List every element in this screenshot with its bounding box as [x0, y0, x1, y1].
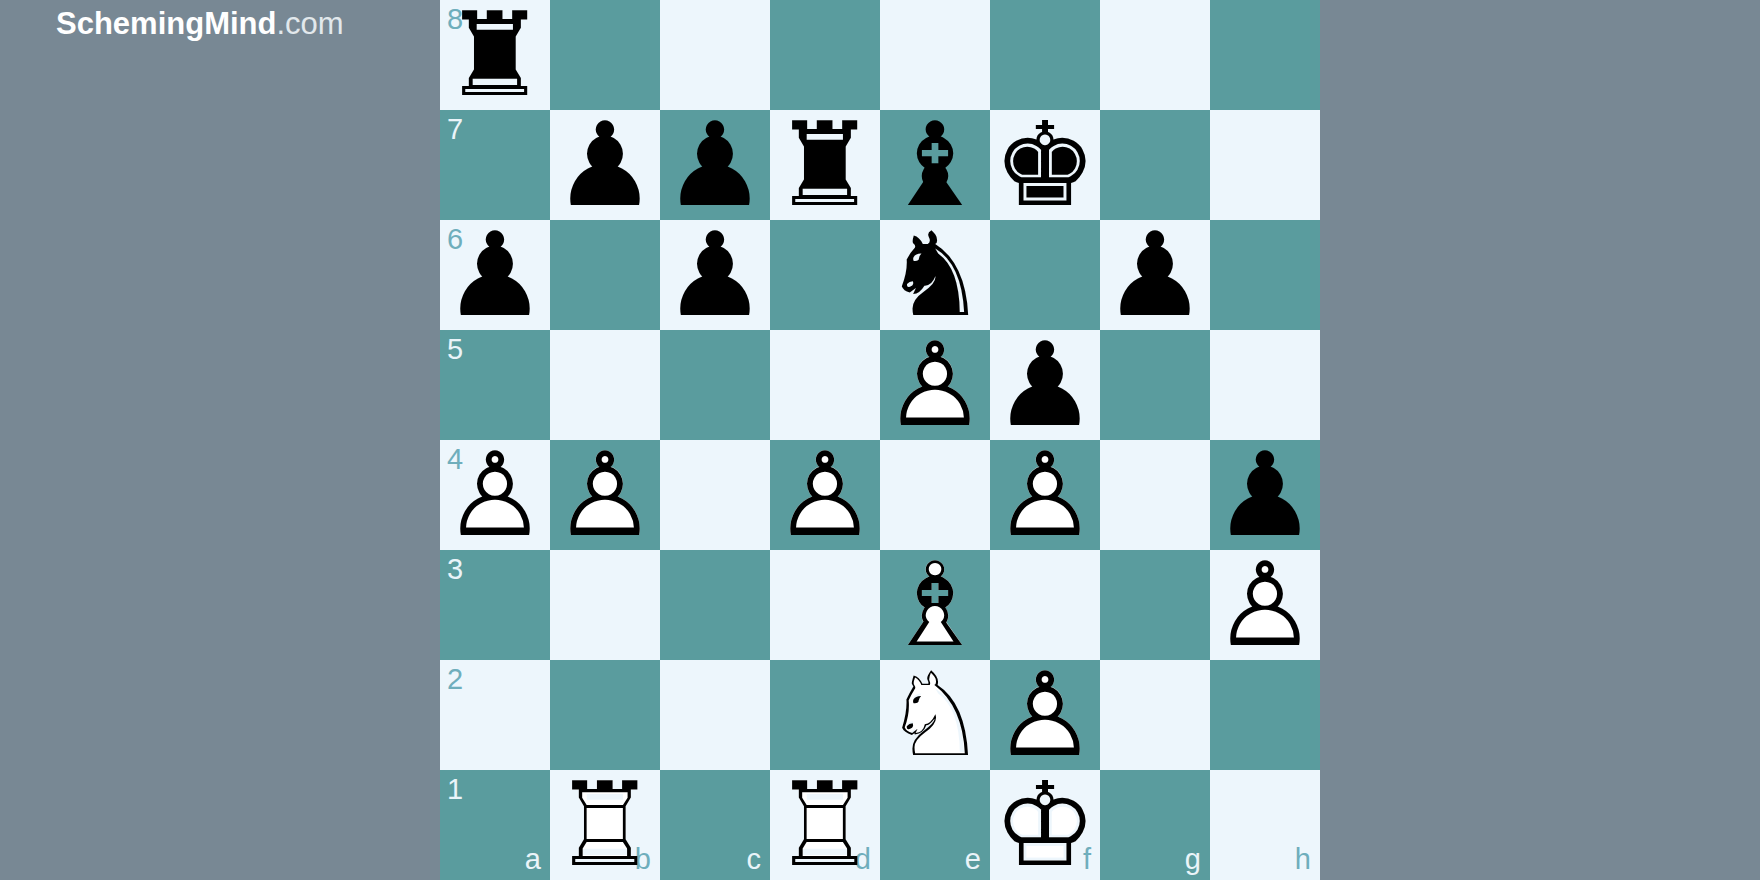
square-b3[interactable] — [550, 550, 660, 660]
square-b4[interactable]: ♟♙ — [550, 440, 660, 550]
rank-label-5: 5 — [447, 335, 463, 364]
piece-white-pawn[interactable]: ♟♙ — [770, 440, 880, 550]
black-piece-glyph: ♟ — [1100, 220, 1210, 330]
square-f1[interactable]: f♚♔ — [990, 770, 1100, 880]
square-e6[interactable]: ♞ — [880, 220, 990, 330]
square-d8[interactable] — [770, 0, 880, 110]
square-a1[interactable]: 1a — [440, 770, 550, 880]
square-a6[interactable]: 6♟ — [440, 220, 550, 330]
square-g4[interactable] — [1100, 440, 1210, 550]
rank-label-2: 2 — [447, 665, 463, 694]
square-g3[interactable] — [1100, 550, 1210, 660]
piece-white-pawn[interactable]: ♟♙ — [440, 440, 550, 550]
site-logo-domain-suffix: .com — [276, 6, 343, 41]
square-e4[interactable] — [880, 440, 990, 550]
site-logo-brand: SchemingMind — [56, 6, 276, 41]
square-b6[interactable] — [550, 220, 660, 330]
square-f7[interactable]: ♚ — [990, 110, 1100, 220]
square-h7[interactable] — [1210, 110, 1320, 220]
square-f6[interactable] — [990, 220, 1100, 330]
square-c6[interactable]: ♟ — [660, 220, 770, 330]
square-h2[interactable] — [1210, 660, 1320, 770]
square-c2[interactable] — [660, 660, 770, 770]
square-h3[interactable]: ♟♙ — [1210, 550, 1320, 660]
square-a3[interactable]: 3 — [440, 550, 550, 660]
white-piece-outline-glyph: ♙ — [1210, 550, 1320, 660]
square-d7[interactable]: ♜ — [770, 110, 880, 220]
square-b1[interactable]: b♜♖ — [550, 770, 660, 880]
square-b7[interactable]: ♟ — [550, 110, 660, 220]
rank-label-3: 3 — [447, 555, 463, 584]
rank-label-1: 1 — [447, 775, 463, 804]
black-piece-glyph: ♜ — [440, 0, 550, 110]
square-d3[interactable] — [770, 550, 880, 660]
square-h1[interactable]: h — [1210, 770, 1320, 880]
square-d4[interactable]: ♟♙ — [770, 440, 880, 550]
square-h4[interactable]: ♟ — [1210, 440, 1320, 550]
chess-board: 8♜7♟♟♜♝♚6♟♟♞♟5♟♙♟4♟♙♟♙♟♙♟♙♟3♝♗♟♙2♞♘♟♙1ab… — [440, 0, 1320, 880]
square-d6[interactable] — [770, 220, 880, 330]
white-piece-outline-glyph: ♙ — [770, 440, 880, 550]
piece-black-pawn[interactable]: ♟ — [440, 220, 550, 330]
white-piece-outline-glyph: ♙ — [990, 440, 1100, 550]
piece-black-pawn[interactable]: ♟ — [660, 110, 770, 220]
square-f2[interactable]: ♟♙ — [990, 660, 1100, 770]
piece-white-pawn[interactable]: ♟♙ — [1210, 550, 1320, 660]
black-piece-glyph: ♟ — [1210, 440, 1320, 550]
file-label-e: e — [965, 845, 981, 874]
black-piece-glyph: ♟ — [440, 220, 550, 330]
black-piece-glyph: ♟ — [660, 220, 770, 330]
piece-white-rook[interactable]: ♜♖ — [770, 770, 880, 880]
square-a7[interactable]: 7 — [440, 110, 550, 220]
piece-black-rook[interactable]: ♜ — [440, 0, 550, 110]
white-piece-outline-glyph: ♙ — [990, 660, 1100, 770]
piece-white-bishop[interactable]: ♝♗ — [880, 550, 990, 660]
file-label-g: g — [1185, 845, 1201, 874]
square-g5[interactable] — [1100, 330, 1210, 440]
white-piece-outline-glyph: ♙ — [550, 440, 660, 550]
black-piece-glyph: ♚ — [990, 110, 1100, 220]
black-piece-glyph: ♜ — [770, 110, 880, 220]
file-label-h: h — [1295, 845, 1311, 874]
square-c7[interactable]: ♟ — [660, 110, 770, 220]
black-piece-glyph: ♝ — [880, 110, 990, 220]
square-g1[interactable]: g — [1100, 770, 1210, 880]
square-a4[interactable]: 4♟♙ — [440, 440, 550, 550]
square-e2[interactable]: ♞♘ — [880, 660, 990, 770]
black-piece-glyph: ♟ — [660, 110, 770, 220]
square-f3[interactable] — [990, 550, 1100, 660]
square-d5[interactable] — [770, 330, 880, 440]
square-a8[interactable]: 8♜ — [440, 0, 550, 110]
square-e7[interactable]: ♝ — [880, 110, 990, 220]
square-c3[interactable] — [660, 550, 770, 660]
white-piece-outline-glyph: ♙ — [880, 330, 990, 440]
square-g7[interactable] — [1100, 110, 1210, 220]
white-piece-outline-glyph: ♙ — [440, 440, 550, 550]
piece-white-pawn[interactable]: ♟♙ — [990, 660, 1100, 770]
piece-black-pawn[interactable]: ♟ — [1210, 440, 1320, 550]
square-a5[interactable]: 5 — [440, 330, 550, 440]
square-c8[interactable] — [660, 0, 770, 110]
square-e8[interactable] — [880, 0, 990, 110]
piece-white-pawn[interactable]: ♟♙ — [880, 330, 990, 440]
square-d1[interactable]: d♜♖ — [770, 770, 880, 880]
white-piece-outline-glyph: ♖ — [770, 770, 880, 880]
square-a2[interactable]: 2 — [440, 660, 550, 770]
piece-black-pawn[interactable]: ♟ — [1100, 220, 1210, 330]
square-b8[interactable] — [550, 0, 660, 110]
white-piece-outline-glyph: ♗ — [880, 550, 990, 660]
piece-white-knight[interactable]: ♞♘ — [880, 660, 990, 770]
piece-white-pawn[interactable]: ♟♙ — [990, 440, 1100, 550]
piece-black-pawn[interactable]: ♟ — [990, 330, 1100, 440]
piece-white-pawn[interactable]: ♟♙ — [550, 440, 660, 550]
piece-black-pawn[interactable]: ♟ — [550, 110, 660, 220]
black-piece-glyph: ♟ — [990, 330, 1100, 440]
piece-black-pawn[interactable]: ♟ — [660, 220, 770, 330]
piece-black-rook[interactable]: ♜ — [770, 110, 880, 220]
white-piece-outline-glyph: ♔ — [990, 770, 1100, 880]
square-f8[interactable] — [990, 0, 1100, 110]
site-logo[interactable]: SchemingMind.com — [56, 6, 344, 42]
square-b2[interactable] — [550, 660, 660, 770]
file-label-c: c — [747, 845, 762, 874]
square-g2[interactable] — [1100, 660, 1210, 770]
piece-black-bishop[interactable]: ♝ — [880, 110, 990, 220]
square-c1[interactable]: c — [660, 770, 770, 880]
white-piece-outline-glyph: ♖ — [550, 770, 660, 880]
piece-white-king[interactable]: ♚♔ — [990, 770, 1100, 880]
rank-label-7: 7 — [447, 115, 463, 144]
square-c5[interactable] — [660, 330, 770, 440]
square-h6[interactable] — [1210, 220, 1320, 330]
square-h5[interactable] — [1210, 330, 1320, 440]
piece-black-knight[interactable]: ♞ — [880, 220, 990, 330]
black-piece-glyph: ♟ — [550, 110, 660, 220]
piece-white-rook[interactable]: ♜♖ — [550, 770, 660, 880]
square-g8[interactable] — [1100, 0, 1210, 110]
piece-black-king[interactable]: ♚ — [990, 110, 1100, 220]
square-b5[interactable] — [550, 330, 660, 440]
square-g6[interactable]: ♟ — [1100, 220, 1210, 330]
square-f4[interactable]: ♟♙ — [990, 440, 1100, 550]
file-label-a: a — [525, 845, 541, 874]
square-e1[interactable]: e — [880, 770, 990, 880]
square-c4[interactable] — [660, 440, 770, 550]
square-h8[interactable] — [1210, 0, 1320, 110]
square-f5[interactable]: ♟ — [990, 330, 1100, 440]
black-piece-glyph: ♞ — [880, 220, 990, 330]
square-e3[interactable]: ♝♗ — [880, 550, 990, 660]
white-piece-outline-glyph: ♘ — [880, 660, 990, 770]
square-d2[interactable] — [770, 660, 880, 770]
square-e5[interactable]: ♟♙ — [880, 330, 990, 440]
